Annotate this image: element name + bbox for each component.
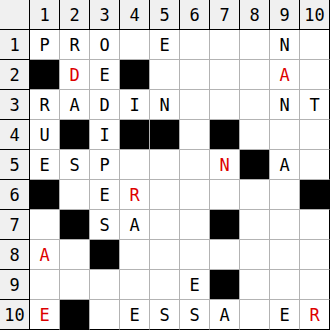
blocked-cell-r2c4: [120, 60, 150, 90]
cell-r10c10[interactable]: R: [300, 300, 330, 330]
cell-r5c2[interactable]: S: [60, 150, 90, 180]
cell-r8c6[interactable]: [180, 240, 210, 270]
cell-r10c3[interactable]: [90, 300, 120, 330]
row-header-3: 3: [0, 90, 30, 120]
cell-r5c5[interactable]: [150, 150, 180, 180]
cell-r3c4[interactable]: I: [120, 90, 150, 120]
cell-r8c9[interactable]: [270, 240, 300, 270]
cell-r8c8[interactable]: [240, 240, 270, 270]
row-header-8: 8: [0, 240, 30, 270]
cell-r6c7[interactable]: [210, 180, 240, 210]
cell-r9c6[interactable]: E: [180, 270, 210, 300]
cell-r8c4[interactable]: [120, 240, 150, 270]
cell-r3c8[interactable]: [240, 90, 270, 120]
cell-r6c2[interactable]: [60, 180, 90, 210]
cell-r7c9[interactable]: [270, 210, 300, 240]
blocked-cell-r9c7: [210, 270, 240, 300]
row-header-6: 6: [0, 180, 30, 210]
cell-r8c2[interactable]: [60, 240, 90, 270]
crossword-board: 123456789101PROEN2DEA3RADINNT4UI5ESPNA6E…: [0, 0, 330, 330]
cell-r3c6[interactable]: [180, 90, 210, 120]
cell-r6c9[interactable]: [270, 180, 300, 210]
cell-r2c10[interactable]: [300, 60, 330, 90]
cell-r7c1[interactable]: [30, 210, 60, 240]
cell-r1c4[interactable]: [120, 30, 150, 60]
cell-r3c3[interactable]: D: [90, 90, 120, 120]
blocked-cell-r8c3: [90, 240, 120, 270]
col-header-2: 2: [60, 0, 90, 30]
cell-r7c6[interactable]: [180, 210, 210, 240]
cell-r10c7[interactable]: A: [210, 300, 240, 330]
cell-r1c5[interactable]: E: [150, 30, 180, 60]
cell-r8c7[interactable]: [210, 240, 240, 270]
cell-r8c1[interactable]: A: [30, 240, 60, 270]
cell-r2c5[interactable]: [150, 60, 180, 90]
cell-r5c3[interactable]: P: [90, 150, 120, 180]
blocked-cell-r2c1: [30, 60, 60, 90]
row-header-2: 2: [0, 60, 30, 90]
cell-r4c10[interactable]: [300, 120, 330, 150]
blocked-cell-r4c7: [210, 120, 240, 150]
row-header-5: 5: [0, 150, 30, 180]
cell-r5c4[interactable]: [120, 150, 150, 180]
cell-r3c7[interactable]: [210, 90, 240, 120]
cell-r9c8[interactable]: [240, 270, 270, 300]
col-header-1: 1: [30, 0, 60, 30]
col-header-10: 10: [300, 0, 330, 30]
blocked-cell-r4c2: [60, 120, 90, 150]
blocked-cell-r7c2: [60, 210, 90, 240]
row-header-4: 4: [0, 120, 30, 150]
cell-r1c10[interactable]: [300, 30, 330, 60]
blocked-cell-r4c4: [120, 120, 150, 150]
cell-r1c2[interactable]: R: [60, 30, 90, 60]
cell-r7c3[interactable]: S: [90, 210, 120, 240]
cell-r2c2[interactable]: D: [60, 60, 90, 90]
cell-r9c1[interactable]: [30, 270, 60, 300]
cell-r7c8[interactable]: [240, 210, 270, 240]
cell-r1c1[interactable]: P: [30, 30, 60, 60]
row-header-1: 1: [0, 30, 30, 60]
cell-r1c8[interactable]: [240, 30, 270, 60]
col-header-4: 4: [120, 0, 150, 30]
cell-r5c7[interactable]: N: [210, 150, 240, 180]
cell-r7c4[interactable]: A: [120, 210, 150, 240]
cell-r2c7[interactable]: [210, 60, 240, 90]
cell-r4c3[interactable]: I: [90, 120, 120, 150]
cell-r6c8[interactable]: [240, 180, 270, 210]
col-header-3: 3: [90, 0, 120, 30]
blocked-cell-r6c1: [30, 180, 60, 210]
blocked-cell-r10c2: [60, 300, 90, 330]
blocked-cell-r4c5: [150, 120, 180, 150]
cell-r9c9[interactable]: [270, 270, 300, 300]
row-header-10: 10: [0, 300, 30, 330]
cell-r10c4[interactable]: E: [120, 300, 150, 330]
cell-r10c1[interactable]: E: [30, 300, 60, 330]
cell-r4c6[interactable]: [180, 120, 210, 150]
col-header-6: 6: [180, 0, 210, 30]
col-header-8: 8: [240, 0, 270, 30]
corner-cell: [0, 0, 30, 30]
row-header-9: 9: [0, 270, 30, 300]
cell-r5c10[interactable]: [300, 150, 330, 180]
cell-r1c6[interactable]: [180, 30, 210, 60]
cell-r8c10[interactable]: [300, 240, 330, 270]
cell-r7c5[interactable]: [150, 210, 180, 240]
cell-r1c9[interactable]: N: [270, 30, 300, 60]
cell-r4c8[interactable]: [240, 120, 270, 150]
cell-r9c3[interactable]: [90, 270, 120, 300]
col-header-9: 9: [270, 0, 300, 30]
cell-r3c1[interactable]: R: [30, 90, 60, 120]
cell-r5c6[interactable]: [180, 150, 210, 180]
cell-r10c8[interactable]: [240, 300, 270, 330]
cell-r9c5[interactable]: [150, 270, 180, 300]
blocked-cell-r6c10: [300, 180, 330, 210]
row-header-7: 7: [0, 210, 30, 240]
cell-r2c3[interactable]: E: [90, 60, 120, 90]
cell-r6c4[interactable]: R: [120, 180, 150, 210]
cell-r3c5[interactable]: N: [150, 90, 180, 120]
cell-r9c4[interactable]: [120, 270, 150, 300]
blocked-cell-r7c7: [210, 210, 240, 240]
cell-r3c9[interactable]: N: [270, 90, 300, 120]
cell-r2c6[interactable]: [180, 60, 210, 90]
cell-r4c1[interactable]: U: [30, 120, 60, 150]
cell-r5c9[interactable]: A: [270, 150, 300, 180]
cell-r9c10[interactable]: [300, 270, 330, 300]
cell-r10c9[interactable]: E: [270, 300, 300, 330]
col-header-5: 5: [150, 0, 180, 30]
cell-r9c2[interactable]: [60, 270, 90, 300]
cell-r5c1[interactable]: E: [30, 150, 60, 180]
cell-r6c3[interactable]: E: [90, 180, 120, 210]
cell-r3c10[interactable]: T: [300, 90, 330, 120]
cell-r7c10[interactable]: [300, 210, 330, 240]
cell-r1c7[interactable]: [210, 30, 240, 60]
cell-r10c6[interactable]: S: [180, 300, 210, 330]
cell-r6c6[interactable]: [180, 180, 210, 210]
cell-r8c5[interactable]: [150, 240, 180, 270]
col-header-7: 7: [210, 0, 240, 30]
cell-r6c5[interactable]: [150, 180, 180, 210]
blocked-cell-r5c8: [240, 150, 270, 180]
cell-r3c2[interactable]: A: [60, 90, 90, 120]
cell-r1c3[interactable]: O: [90, 30, 120, 60]
cell-r4c9[interactable]: [270, 120, 300, 150]
cell-r10c5[interactable]: S: [150, 300, 180, 330]
cell-r2c8[interactable]: [240, 60, 270, 90]
cell-r2c9[interactable]: A: [270, 60, 300, 90]
